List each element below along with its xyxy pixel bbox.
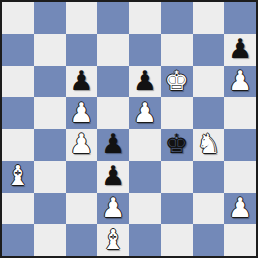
square-g6[interactable] xyxy=(193,66,225,98)
square-g4[interactable]: ♞ xyxy=(193,129,225,161)
square-g1[interactable] xyxy=(193,224,225,256)
square-h2[interactable]: ♟ xyxy=(224,193,256,225)
square-d1[interactable]: ♝ xyxy=(97,224,129,256)
piece-white-bishop[interactable]: ♝ xyxy=(6,162,30,189)
piece-white-pawn[interactable]: ♟ xyxy=(228,194,252,221)
square-h6[interactable]: ♟ xyxy=(224,66,256,98)
piece-black-pawn[interactable]: ♟ xyxy=(101,130,125,157)
square-d6[interactable] xyxy=(97,66,129,98)
piece-black-pawn[interactable]: ♟ xyxy=(101,162,125,189)
square-d7[interactable] xyxy=(97,34,129,66)
square-e8[interactable] xyxy=(129,2,161,34)
square-c7[interactable] xyxy=(66,34,98,66)
square-b1[interactable] xyxy=(34,224,66,256)
square-b2[interactable] xyxy=(34,193,66,225)
square-g2[interactable] xyxy=(193,193,225,225)
piece-black-king[interactable]: ♚ xyxy=(165,130,189,157)
piece-black-pawn[interactable]: ♟ xyxy=(133,67,157,94)
square-b4[interactable] xyxy=(34,129,66,161)
square-a6[interactable] xyxy=(2,66,34,98)
square-f1[interactable] xyxy=(161,224,193,256)
piece-white-pawn[interactable]: ♟ xyxy=(101,194,125,221)
square-f2[interactable] xyxy=(161,193,193,225)
square-e2[interactable] xyxy=(129,193,161,225)
square-b6[interactable] xyxy=(34,66,66,98)
square-c6[interactable]: ♟ xyxy=(66,66,98,98)
square-a7[interactable] xyxy=(2,34,34,66)
square-a8[interactable] xyxy=(2,2,34,34)
piece-white-pawn[interactable]: ♟ xyxy=(228,67,252,94)
piece-black-pawn[interactable]: ♟ xyxy=(228,35,252,62)
piece-white-knight[interactable]: ♞ xyxy=(196,130,220,157)
square-b8[interactable] xyxy=(34,2,66,34)
square-h5[interactable] xyxy=(224,97,256,129)
square-d4[interactable]: ♟ xyxy=(97,129,129,161)
square-c4[interactable]: ♟ xyxy=(66,129,98,161)
square-f8[interactable] xyxy=(161,2,193,34)
square-d5[interactable] xyxy=(97,97,129,129)
square-f7[interactable] xyxy=(161,34,193,66)
square-e3[interactable] xyxy=(129,161,161,193)
square-h3[interactable] xyxy=(224,161,256,193)
square-g5[interactable] xyxy=(193,97,225,129)
square-d3[interactable]: ♟ xyxy=(97,161,129,193)
square-e7[interactable] xyxy=(129,34,161,66)
square-e5[interactable]: ♟ xyxy=(129,97,161,129)
square-e1[interactable] xyxy=(129,224,161,256)
square-a2[interactable] xyxy=(2,193,34,225)
piece-white-bishop[interactable]: ♝ xyxy=(101,226,125,253)
piece-white-king[interactable]: ♚ xyxy=(165,67,189,94)
square-g8[interactable] xyxy=(193,2,225,34)
square-b5[interactable] xyxy=(34,97,66,129)
square-c5[interactable]: ♟ xyxy=(66,97,98,129)
piece-white-pawn[interactable]: ♟ xyxy=(133,99,157,126)
square-h4[interactable] xyxy=(224,129,256,161)
piece-white-pawn[interactable]: ♟ xyxy=(69,99,93,126)
square-h1[interactable] xyxy=(224,224,256,256)
square-b3[interactable] xyxy=(34,161,66,193)
square-f6[interactable]: ♚ xyxy=(161,66,193,98)
piece-white-pawn[interactable]: ♟ xyxy=(69,130,93,157)
square-c2[interactable] xyxy=(66,193,98,225)
square-d8[interactable] xyxy=(97,2,129,34)
square-e4[interactable] xyxy=(129,129,161,161)
chess-board: ♟♟♟♚♟♟♟♟♟♚♞♝♟♟♟♝ xyxy=(0,0,258,258)
square-f4[interactable]: ♚ xyxy=(161,129,193,161)
square-h8[interactable] xyxy=(224,2,256,34)
square-h7[interactable]: ♟ xyxy=(224,34,256,66)
square-a4[interactable] xyxy=(2,129,34,161)
square-a3[interactable]: ♝ xyxy=(2,161,34,193)
square-d2[interactable]: ♟ xyxy=(97,193,129,225)
square-a1[interactable] xyxy=(2,224,34,256)
square-f3[interactable] xyxy=(161,161,193,193)
square-b7[interactable] xyxy=(34,34,66,66)
square-c3[interactable] xyxy=(66,161,98,193)
square-c8[interactable] xyxy=(66,2,98,34)
square-g3[interactable] xyxy=(193,161,225,193)
square-e6[interactable]: ♟ xyxy=(129,66,161,98)
piece-black-pawn[interactable]: ♟ xyxy=(69,67,93,94)
square-a5[interactable] xyxy=(2,97,34,129)
square-c1[interactable] xyxy=(66,224,98,256)
square-g7[interactable] xyxy=(193,34,225,66)
square-f5[interactable] xyxy=(161,97,193,129)
